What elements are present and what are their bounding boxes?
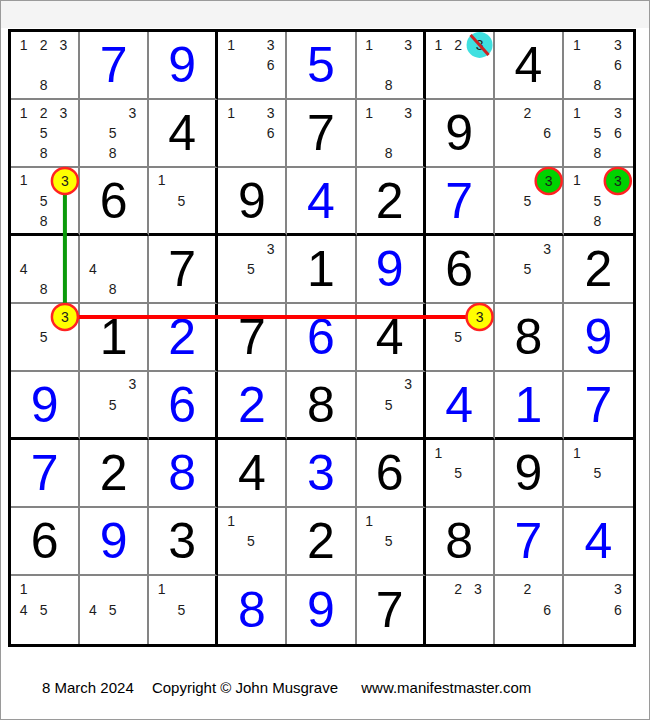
cell-r1c3[interactable]: 9 <box>149 32 218 100</box>
candidate-5: 5 <box>40 603 48 617</box>
candidate-1: 1 <box>158 173 166 187</box>
cell-r2c7[interactable]: 9 <box>426 100 495 168</box>
given-digit: 1 <box>80 304 147 370</box>
solved-digit: 3 <box>287 440 354 506</box>
cell-r3c7[interactable]: 7 <box>426 168 495 236</box>
candidate-8: 8 <box>40 146 48 160</box>
cell-r9c5[interactable]: 9 <box>287 576 356 644</box>
solved-digit: 7 <box>564 372 633 437</box>
cell-r3c9[interactable]: 158 <box>564 168 633 236</box>
pencil-marks: 23 <box>426 576 493 644</box>
candidate-1: 1 <box>573 106 581 120</box>
candidate-1: 1 <box>365 106 373 120</box>
pencil-marks: 15 <box>149 168 215 233</box>
cell-r1c6[interactable]: 138 <box>357 32 426 100</box>
pencil-marks: 12358 <box>11 100 78 166</box>
cell-r5c9[interactable]: 9 <box>564 304 633 372</box>
candidate-8: 8 <box>385 146 393 160</box>
cell-r1c2[interactable]: 7 <box>80 32 149 100</box>
candidate-8: 8 <box>40 282 48 296</box>
cell-r2c3[interactable]: 4 <box>149 100 218 168</box>
cell-r3c8[interactable]: 5 <box>495 168 564 236</box>
candidate-2: 2 <box>523 106 531 120</box>
pencil-marks: 15 <box>149 576 215 644</box>
given-digit: 8 <box>495 304 562 370</box>
solved-digit: 9 <box>564 304 633 370</box>
cell-r3c4[interactable]: 9 <box>218 168 287 236</box>
cell-r5c8[interactable]: 8 <box>495 304 564 372</box>
cell-r9c6[interactable]: 7 <box>357 576 426 644</box>
pencil-marks: 158 <box>564 168 633 233</box>
candidate-3: 3 <box>614 582 622 596</box>
pencil-marks: 48 <box>11 236 78 302</box>
cell-r4c7[interactable]: 6 <box>426 236 495 304</box>
candidate-3: 3 <box>543 242 551 256</box>
candidate-1: 1 <box>227 106 235 120</box>
cell-r2c4[interactable]: 136 <box>218 100 287 168</box>
solved-digit: 5 <box>287 32 354 98</box>
candidate-1: 1 <box>365 38 373 52</box>
candidate-5: 5 <box>40 330 48 344</box>
given-digit: 6 <box>11 508 78 574</box>
candidate-1: 1 <box>20 38 28 52</box>
pencil-marks: 358 <box>80 100 147 166</box>
given-digit: 9 <box>426 100 493 166</box>
given-digit: 6 <box>426 236 493 302</box>
candidate-5: 5 <box>247 262 255 276</box>
candidate-8: 8 <box>40 214 48 228</box>
candidate-5: 5 <box>593 194 601 208</box>
solved-digit: 2 <box>218 372 285 437</box>
pencil-marks: 136 <box>218 32 285 98</box>
candidate-4: 4 <box>20 603 28 617</box>
candidate-5: 5 <box>593 126 601 140</box>
cell-r7c5[interactable]: 3 <box>287 440 356 508</box>
cell-r9c1[interactable]: 145 <box>11 576 80 644</box>
pencil-marks: 35 <box>80 372 147 437</box>
solved-digit: 4 <box>287 168 354 233</box>
cell-r5c6[interactable]: 4 <box>357 304 426 372</box>
cell-r9c7[interactable]: 23 <box>426 576 495 644</box>
candidate-1: 1 <box>20 582 28 596</box>
given-digit: 2 <box>287 508 354 574</box>
pencil-marks: 5 <box>495 168 562 233</box>
candidate-1: 1 <box>573 446 581 460</box>
candidate-6: 6 <box>267 126 275 140</box>
candidate-5: 5 <box>523 262 531 276</box>
pencil-marks: 48 <box>80 236 147 302</box>
given-digit: 7 <box>357 576 423 644</box>
footer-copyright: Copyright © John Musgrave <box>152 679 338 696</box>
solved-digit: 4 <box>426 372 493 437</box>
cell-r9c3[interactable]: 15 <box>149 576 218 644</box>
cell-r4c3[interactable]: 7 <box>149 236 218 304</box>
pencil-marks: 1238 <box>11 32 78 98</box>
candidate-8: 8 <box>593 214 601 228</box>
solved-digit: 6 <box>287 304 354 370</box>
candidate-5: 5 <box>247 534 255 548</box>
cell-r5c1[interactable]: 5 <box>11 304 80 372</box>
pencil-marks: 1368 <box>564 32 633 98</box>
given-digit: 7 <box>149 236 215 302</box>
candidate-3: 3 <box>59 106 67 120</box>
cell-r6c6[interactable]: 35 <box>357 372 426 440</box>
candidate-1: 1 <box>227 38 235 52</box>
given-digit: 7 <box>218 304 285 370</box>
footer: 8 March 2024 Copyright © John Musgrave w… <box>42 679 531 696</box>
candidate-3: 3 <box>59 38 67 52</box>
given-digit: 3 <box>149 508 215 574</box>
cell-r4c5[interactable]: 1 <box>287 236 356 304</box>
solved-digit: 9 <box>287 576 354 644</box>
solved-digit: 1 <box>495 372 562 437</box>
candidate-6: 6 <box>267 58 275 72</box>
candidate-1: 1 <box>365 514 373 528</box>
pencil-marks: 26 <box>495 576 562 644</box>
candidate-5: 5 <box>454 330 462 344</box>
pencil-marks: 35 <box>495 236 562 302</box>
cell-r7c9[interactable]: 15 <box>564 440 633 508</box>
footer-url[interactable]: www.manifestmaster.com <box>361 679 531 696</box>
candidate-8: 8 <box>40 78 48 92</box>
cell-r4c4[interactable]: 35 <box>218 236 287 304</box>
cell-r5c3[interactable]: 2 <box>149 304 218 372</box>
given-digit: 9 <box>218 168 285 233</box>
pencil-marks: 12 <box>426 32 493 98</box>
pencil-marks: 5 <box>426 304 493 370</box>
cell-r4c1[interactable]: 48 <box>11 236 80 304</box>
candidate-2: 2 <box>454 38 462 52</box>
window-top-strip <box>1 1 649 28</box>
cell-r6c5[interactable]: 8 <box>287 372 356 440</box>
cell-r4c8[interactable]: 35 <box>495 236 564 304</box>
candidate-1: 1 <box>227 514 235 528</box>
candidate-2: 2 <box>523 582 531 596</box>
pencil-marks: 36 <box>564 576 633 644</box>
solved-digit: 9 <box>149 32 215 98</box>
cell-r8c8[interactable]: 7 <box>495 508 564 576</box>
cell-r3c3[interactable]: 15 <box>149 168 218 236</box>
cell-r7c3[interactable]: 8 <box>149 440 218 508</box>
cell-r5c5[interactable]: 6 <box>287 304 356 372</box>
candidate-5: 5 <box>385 398 393 412</box>
candidate-1: 1 <box>573 38 581 52</box>
cell-r2c8[interactable]: 26 <box>495 100 564 168</box>
candidate-5: 5 <box>593 466 601 480</box>
candidate-5: 5 <box>40 194 48 208</box>
candidate-6: 6 <box>614 58 622 72</box>
candidate-1: 1 <box>573 173 581 187</box>
candidate-6: 6 <box>614 126 622 140</box>
candidate-3: 3 <box>404 38 412 52</box>
cell-r1c8[interactable]: 4 <box>495 32 564 100</box>
candidate-3: 3 <box>129 106 137 120</box>
candidate-1: 1 <box>435 446 443 460</box>
candidate-4: 4 <box>89 603 97 617</box>
solved-digit: 7 <box>11 440 78 506</box>
pencil-marks: 138 <box>357 32 423 98</box>
given-digit: 4 <box>357 304 423 370</box>
pencil-marks: 15 <box>357 508 423 574</box>
cell-r7c8[interactable]: 9 <box>495 440 564 508</box>
cell-r4c2[interactable]: 48 <box>80 236 149 304</box>
candidate-5: 5 <box>109 398 117 412</box>
cell-r6c4[interactable]: 2 <box>218 372 287 440</box>
cell-r2c5[interactable]: 7 <box>287 100 356 168</box>
candidate-5: 5 <box>523 194 531 208</box>
cell-r8c3[interactable]: 3 <box>149 508 218 576</box>
candidate-6: 6 <box>614 603 622 617</box>
cell-r9c8[interactable]: 26 <box>495 576 564 644</box>
given-digit: 4 <box>218 440 285 506</box>
candidate-5: 5 <box>109 603 117 617</box>
given-digit: 4 <box>149 100 215 166</box>
pencil-marks: 15 <box>426 440 493 506</box>
given-digit: 8 <box>287 372 354 437</box>
candidate-4: 4 <box>20 262 28 276</box>
cell-r1c7[interactable]: 12 <box>426 32 495 100</box>
cell-r4c6[interactable]: 9 <box>357 236 426 304</box>
solved-digit: 7 <box>495 508 562 574</box>
given-digit: 4 <box>495 32 562 98</box>
solved-digit: 6 <box>149 372 215 437</box>
candidate-2: 2 <box>454 582 462 596</box>
cell-r8c5[interactable]: 2 <box>287 508 356 576</box>
solved-digit: 8 <box>218 576 285 644</box>
given-digit: 1 <box>287 236 354 302</box>
candidate-1: 1 <box>20 173 28 187</box>
cell-r7c2[interactable]: 2 <box>80 440 149 508</box>
cell-r9c2[interactable]: 45 <box>80 576 149 644</box>
candidate-1: 1 <box>435 38 443 52</box>
pencil-marks: 35 <box>357 372 423 437</box>
cell-r8c6[interactable]: 15 <box>357 508 426 576</box>
candidate-8: 8 <box>385 78 393 92</box>
cell-r6c8[interactable]: 1 <box>495 372 564 440</box>
cell-r6c3[interactable]: 6 <box>149 372 218 440</box>
cell-r9c9[interactable]: 36 <box>564 576 633 644</box>
cell-r3c5[interactable]: 4 <box>287 168 356 236</box>
cell-r2c1[interactable]: 12358 <box>11 100 80 168</box>
cell-r5c4[interactable]: 7 <box>218 304 287 372</box>
cell-r1c1[interactable]: 1238 <box>11 32 80 100</box>
candidate-3: 3 <box>614 38 622 52</box>
candidate-6: 6 <box>543 126 551 140</box>
candidate-3: 3 <box>129 377 137 391</box>
cell-r2c6[interactable]: 138 <box>357 100 426 168</box>
pencil-marks: 13568 <box>564 100 633 166</box>
cell-r1c4[interactable]: 136 <box>218 32 287 100</box>
cell-r1c5[interactable]: 5 <box>287 32 356 100</box>
pencil-marks: 15 <box>218 508 285 574</box>
cell-r3c2[interactable]: 6 <box>80 168 149 236</box>
cell-r6c2[interactable]: 35 <box>80 372 149 440</box>
cell-r2c9[interactable]: 13568 <box>564 100 633 168</box>
cell-r8c9[interactable]: 4 <box>564 508 633 576</box>
given-digit: 2 <box>564 236 633 302</box>
candidate-3: 3 <box>474 582 482 596</box>
cell-r9c4[interactable]: 8 <box>218 576 287 644</box>
candidate-3: 3 <box>267 106 275 120</box>
cell-r5c2[interactable]: 1 <box>80 304 149 372</box>
given-digit: 2 <box>357 168 423 233</box>
candidate-3: 3 <box>614 106 622 120</box>
given-digit: 6 <box>80 168 147 233</box>
candidate-3: 3 <box>404 106 412 120</box>
cell-r8c2[interactable]: 9 <box>80 508 149 576</box>
candidate-5: 5 <box>177 603 185 617</box>
candidate-5: 5 <box>385 534 393 548</box>
solved-digit: 4 <box>564 508 633 574</box>
candidate-5: 5 <box>40 126 48 140</box>
given-digit: 2 <box>80 440 147 506</box>
given-digit: 9 <box>495 440 562 506</box>
solved-digit: 9 <box>357 236 423 302</box>
cell-r8c1[interactable]: 6 <box>11 508 80 576</box>
candidate-3: 3 <box>267 38 275 52</box>
candidate-8: 8 <box>593 146 601 160</box>
sudoku-board: 1238791365138124136812358358413671389261… <box>8 29 636 647</box>
solved-digit: 2 <box>149 304 215 370</box>
cell-r7c6[interactable]: 6 <box>357 440 426 508</box>
pencil-marks: 26 <box>495 100 562 166</box>
pencil-marks: 15 <box>564 440 633 506</box>
cell-r5c7[interactable]: 5 <box>426 304 495 372</box>
given-digit: 7 <box>287 100 354 166</box>
candidate-3: 3 <box>267 242 275 256</box>
cell-r8c7[interactable]: 8 <box>426 508 495 576</box>
candidate-5: 5 <box>109 126 117 140</box>
candidate-3: 3 <box>404 377 412 391</box>
cell-r7c7[interactable]: 15 <box>426 440 495 508</box>
candidate-6: 6 <box>543 603 551 617</box>
candidate-5: 5 <box>454 466 462 480</box>
pencil-marks: 35 <box>218 236 285 302</box>
pencil-marks: 158 <box>11 168 78 233</box>
cell-r7c4[interactable]: 4 <box>218 440 287 508</box>
cell-r4c9[interactable]: 2 <box>564 236 633 304</box>
candidate-1: 1 <box>20 106 28 120</box>
solved-digit: 9 <box>80 508 147 574</box>
candidate-8: 8 <box>593 78 601 92</box>
cell-r7c1[interactable]: 7 <box>11 440 80 508</box>
pencil-marks: 5 <box>11 304 78 370</box>
solved-digit: 9 <box>11 372 78 437</box>
cell-r6c1[interactable]: 9 <box>11 372 80 440</box>
given-digit: 8 <box>426 508 493 574</box>
pencil-marks: 138 <box>357 100 423 166</box>
candidate-8: 8 <box>109 146 117 160</box>
candidate-1: 1 <box>158 582 166 596</box>
footer-date: 8 March 2024 <box>42 679 134 696</box>
candidate-8: 8 <box>109 282 117 296</box>
given-digit: 6 <box>357 440 423 506</box>
cell-r8c4[interactable]: 15 <box>218 508 287 576</box>
cell-r2c2[interactable]: 358 <box>80 100 149 168</box>
cell-r6c7[interactable]: 4 <box>426 372 495 440</box>
pencil-marks: 136 <box>218 100 285 166</box>
cell-r3c6[interactable]: 2 <box>357 168 426 236</box>
pencil-marks: 145 <box>11 576 78 644</box>
solved-digit: 7 <box>426 168 493 233</box>
candidate-4: 4 <box>89 262 97 276</box>
cell-r3c1[interactable]: 158 <box>11 168 80 236</box>
candidate-2: 2 <box>40 106 48 120</box>
cell-r1c9[interactable]: 1368 <box>564 32 633 100</box>
cell-r6c9[interactable]: 7 <box>564 372 633 440</box>
pencil-marks: 45 <box>80 576 147 644</box>
solved-digit: 8 <box>149 440 215 506</box>
candidate-2: 2 <box>40 38 48 52</box>
solved-digit: 7 <box>80 32 147 98</box>
candidate-5: 5 <box>177 194 185 208</box>
